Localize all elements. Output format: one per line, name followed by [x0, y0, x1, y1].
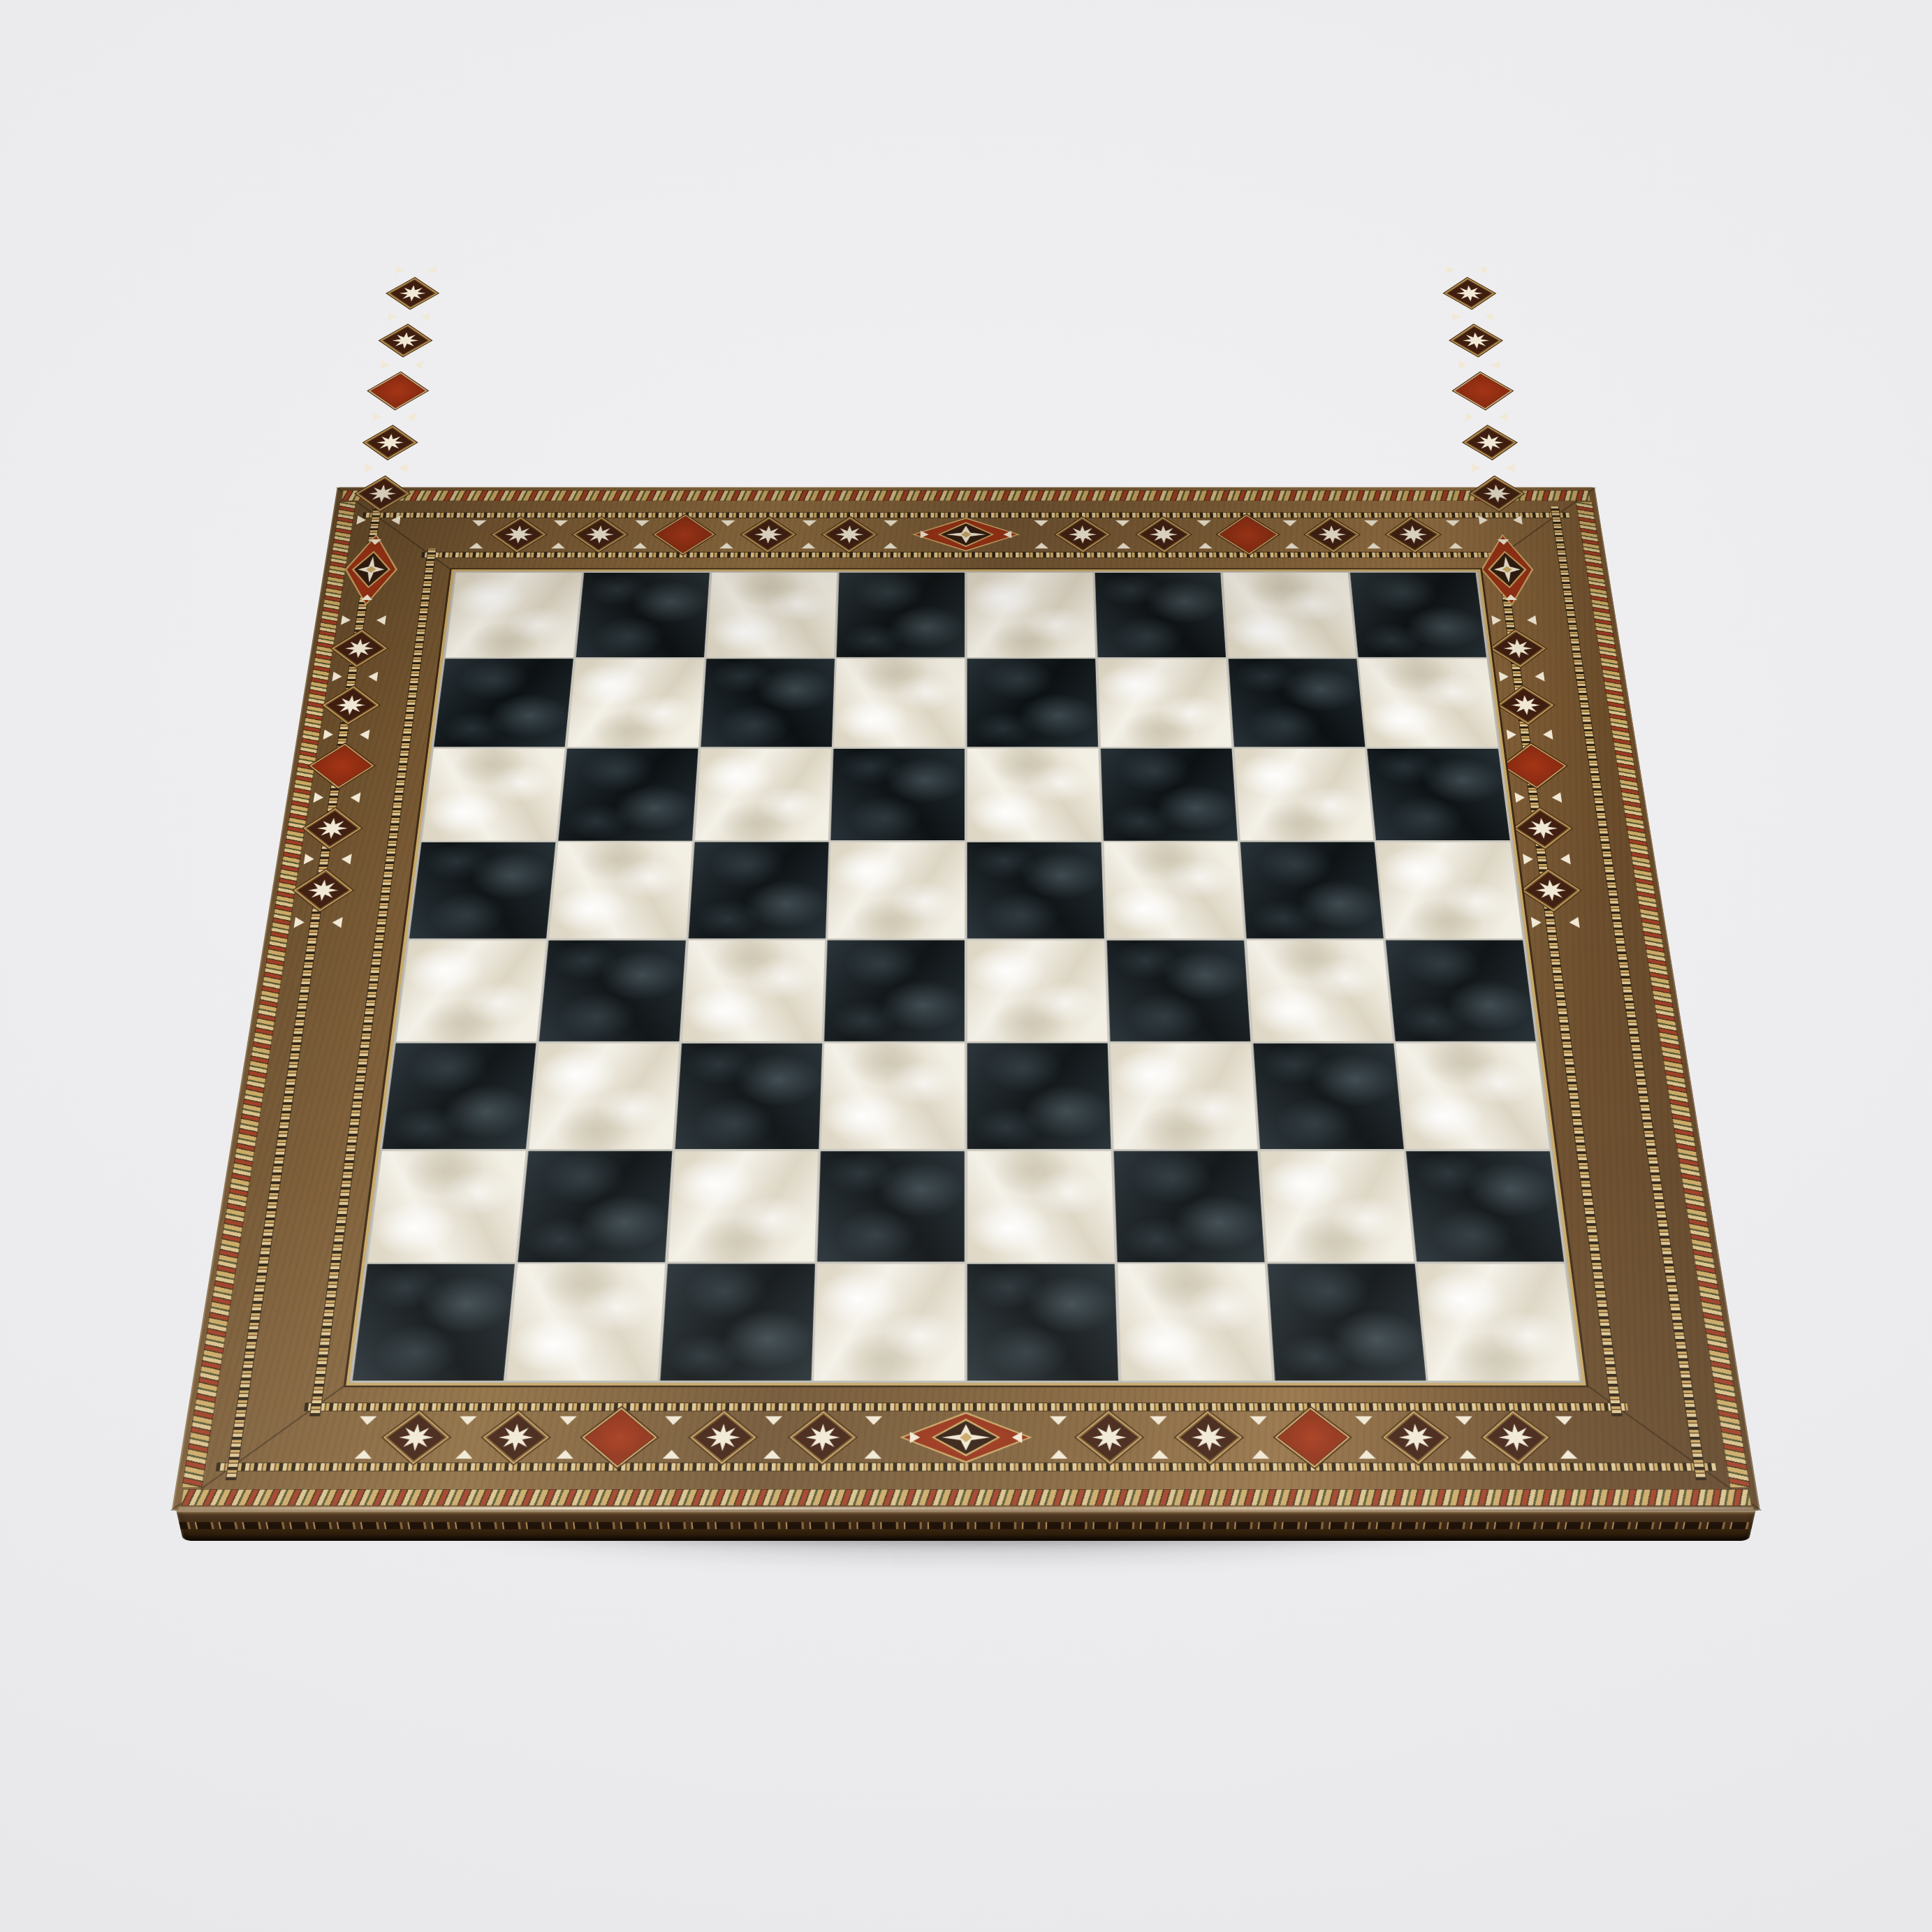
medallion-inner-field — [935, 1421, 997, 1454]
star8-icon — [1510, 696, 1542, 715]
triangle-pair-inlay-icon — [1033, 518, 1051, 551]
eight-pointed-star-inlay-icon — [689, 1411, 756, 1464]
triangle-pair-inlay-icon — [761, 1412, 784, 1463]
eight-pointed-star-inlay-icon — [1444, 278, 1495, 309]
eight-pointed-star-inlay-icon — [332, 630, 387, 667]
triangle-pair-inlay-icon — [1447, 312, 1498, 322]
triangle-pair-inlay-icon — [1518, 853, 1576, 865]
dash-strip — [304, 1403, 1628, 1411]
triangle-pair-inlay-icon — [1553, 1412, 1579, 1463]
dash-strip — [216, 1463, 1717, 1472]
rope-band-left — [182, 502, 356, 1488]
square-b4[interactable] — [539, 940, 686, 1041]
square-d6[interactable] — [831, 749, 965, 841]
square-b2[interactable] — [518, 1151, 672, 1262]
square-e8[interactable] — [967, 573, 1095, 657]
square-g7[interactable] — [1229, 659, 1365, 747]
square-h7[interactable] — [1359, 659, 1498, 747]
triangle-pair-inlay-icon — [1114, 518, 1132, 551]
square-g6[interactable] — [1234, 749, 1374, 841]
triangle-pair-inlay-icon — [328, 671, 383, 682]
eight-pointed-star-inlay-icon — [1483, 1411, 1549, 1464]
triangle-pair-inlay-icon — [353, 1412, 379, 1463]
triangle-pair-inlay-icon — [336, 615, 390, 626]
square-b3[interactable] — [529, 1044, 679, 1149]
square-h2[interactable] — [1407, 1151, 1565, 1262]
diamond-medallion-inlay-icon — [900, 1412, 1033, 1463]
eight-pointed-star-inlay-icon — [483, 1411, 550, 1464]
star8-icon — [1398, 1424, 1435, 1451]
square-g1[interactable] — [1268, 1264, 1426, 1381]
square-a5[interactable] — [409, 842, 555, 939]
square-b5[interactable] — [549, 842, 692, 939]
miter-seam — [1581, 1381, 1762, 1511]
triangle-pair-inlay-icon — [554, 1412, 578, 1463]
star8-icon — [1482, 485, 1512, 502]
eight-pointed-star-inlay-icon — [323, 686, 379, 724]
square-g4[interactable] — [1247, 940, 1393, 1041]
eight-pointed-star-inlay-icon — [1451, 325, 1502, 356]
eight-pointed-star-inlay-icon — [1463, 425, 1516, 459]
square-f7[interactable] — [1098, 659, 1231, 747]
star8-icon — [705, 1424, 740, 1451]
triangle-pair-inlay-icon — [299, 853, 357, 865]
square-h1[interactable] — [1417, 1264, 1579, 1381]
star8-icon — [344, 638, 375, 658]
star8-icon — [504, 525, 534, 543]
square-b1[interactable] — [506, 1264, 664, 1381]
square-c7[interactable] — [701, 659, 834, 747]
triangle-pair-inlay-icon — [1474, 515, 1527, 525]
square-a3[interactable] — [383, 1044, 536, 1149]
eight-pointed-star-inlay-icon — [356, 476, 409, 511]
star8-icon — [1502, 638, 1534, 658]
star8-icon — [585, 525, 615, 543]
triangle-pair-inlay-icon — [1444, 518, 1465, 551]
eight-pointed-star-inlay-icon — [294, 870, 353, 912]
medallion-triangle — [369, 539, 381, 545]
star8-icon — [1535, 879, 1568, 901]
square-c1[interactable] — [660, 1264, 814, 1381]
triangle-pair-inlay-icon — [288, 916, 347, 929]
diamond-medallion-inlay-icon — [1477, 534, 1539, 606]
star8-icon — [1462, 332, 1491, 349]
square-c8[interactable] — [706, 573, 837, 657]
triangle-pair-inlay-icon — [1282, 518, 1301, 551]
square-c2[interactable] — [668, 1151, 818, 1262]
square-b7[interactable] — [567, 659, 703, 747]
medallion-outline — [900, 1412, 1033, 1463]
square-a2[interactable] — [368, 1151, 526, 1262]
medallion-center-dot — [960, 1433, 972, 1442]
square-f1[interactable] — [1118, 1264, 1272, 1381]
square-f3[interactable] — [1111, 1044, 1257, 1149]
triangle-pair-inlay-icon — [1442, 265, 1491, 275]
star8-icon — [835, 525, 864, 543]
star8-icon — [1475, 434, 1505, 451]
triangle-pair-inlay-icon — [863, 1412, 884, 1463]
eight-pointed-star-inlay-icon — [790, 1411, 856, 1464]
red-diamond-inlay-icon — [654, 515, 715, 555]
star4-icon — [942, 1424, 990, 1451]
star8-icon — [1398, 525, 1428, 543]
triangle-pair-inlay-icon — [1526, 916, 1585, 929]
red-diamond-inlay-icon — [1217, 515, 1278, 555]
eight-pointed-star-inlay-icon — [304, 808, 362, 849]
medallion-triangle — [1505, 594, 1517, 600]
red-diamond-inlay-icon — [582, 1407, 657, 1468]
triangle-pair-inlay-icon — [308, 791, 365, 804]
square-c5[interactable] — [689, 842, 828, 939]
square-a6[interactable] — [422, 749, 564, 841]
miter-seam — [170, 1381, 351, 1511]
triangle-pair-inlay-icon — [1354, 1412, 1378, 1463]
eight-pointed-star-inlay-icon — [1491, 630, 1546, 667]
rope-band-top — [342, 490, 1591, 501]
eight-pointed-star-inlay-icon — [1305, 517, 1359, 552]
eight-pointed-star-inlay-icon — [1498, 686, 1553, 724]
star8-icon — [398, 285, 427, 301]
triangle-pair-inlay-icon — [319, 729, 375, 740]
triangle-pair-inlay-icon — [1048, 1412, 1069, 1463]
diamond-medallion-inlay-icon — [912, 518, 1020, 551]
square-b6[interactable] — [558, 749, 698, 841]
medallion-triangle — [1498, 539, 1509, 545]
eight-pointed-star-inlay-icon — [364, 425, 416, 459]
board-top-face — [172, 487, 1761, 1511]
triangle-pair-inlay-icon — [881, 518, 899, 551]
star8-icon — [335, 696, 367, 715]
triangle-pair-inlay-icon — [1467, 462, 1519, 473]
eight-pointed-star-inlay-icon — [1514, 808, 1572, 849]
eight-pointed-star-inlay-icon — [1470, 476, 1523, 511]
eight-pointed-star-inlay-icon — [1055, 517, 1109, 552]
eight-pointed-star-inlay-icon — [1176, 1411, 1243, 1464]
eight-pointed-star-inlay-icon — [383, 1411, 449, 1464]
red-diamond-inlay-icon — [1502, 744, 1566, 789]
square-e1[interactable] — [967, 1264, 1118, 1381]
square-d1[interactable] — [814, 1264, 965, 1381]
star8-icon — [754, 525, 782, 543]
triangle-pair-inlay-icon — [661, 1412, 684, 1463]
eight-pointed-star-inlay-icon — [388, 278, 438, 309]
triangle-pair-inlay-icon — [550, 518, 570, 551]
square-c4[interactable] — [682, 940, 825, 1041]
eight-pointed-star-inlay-icon — [823, 517, 877, 552]
medallion-red-field — [903, 1414, 1028, 1461]
square-f8[interactable] — [1095, 573, 1226, 657]
square-f6[interactable] — [1101, 749, 1238, 841]
square-e4[interactable] — [967, 940, 1107, 1041]
eight-pointed-star-inlay-icon — [1137, 517, 1191, 552]
triangle-pair-inlay-icon — [391, 265, 441, 275]
star8-icon — [1192, 1424, 1227, 1451]
square-b8[interactable] — [576, 573, 710, 657]
square-a4[interactable] — [396, 940, 546, 1041]
medallion-inner-outline — [931, 1419, 1000, 1456]
square-h5[interactable] — [1377, 842, 1523, 939]
square-h8[interactable] — [1350, 573, 1486, 657]
triangle-pair-inlay-icon — [631, 518, 651, 551]
square-g5[interactable] — [1241, 842, 1384, 939]
square-e7[interactable] — [967, 659, 1098, 747]
square-f5[interactable] — [1104, 842, 1243, 939]
square-h3[interactable] — [1396, 1044, 1550, 1149]
medallion-triangle — [1003, 531, 1011, 539]
star8-icon — [1092, 1424, 1127, 1451]
star8-icon — [375, 434, 405, 451]
square-a7[interactable] — [434, 659, 573, 747]
triangle-pair-inlay-icon — [360, 462, 412, 473]
star8-icon — [1498, 1424, 1535, 1451]
edge-dash-inlay — [179, 1522, 1753, 1529]
star8-icon — [498, 1424, 535, 1451]
eight-pointed-star-inlay-icon — [380, 325, 431, 356]
red-diamond-inlay-icon — [369, 372, 427, 409]
mosaic-band-bottom — [336, 1412, 1597, 1464]
star8-icon — [1456, 285, 1484, 301]
star8-icon — [367, 485, 397, 502]
star8-icon — [316, 818, 349, 839]
square-h4[interactable] — [1386, 940, 1535, 1041]
square-f4[interactable] — [1107, 940, 1250, 1041]
square-e2[interactable] — [967, 1151, 1114, 1262]
red-diamond-inlay-icon — [309, 744, 374, 789]
diamond-medallion-inlay-icon — [339, 534, 402, 606]
square-e5[interactable] — [967, 842, 1104, 939]
triangle-pair-inlay-icon — [1461, 412, 1512, 422]
square-g2[interactable] — [1260, 1151, 1414, 1262]
triangle-pair-inlay-icon — [1195, 518, 1214, 551]
dash-strip — [421, 552, 1511, 557]
star8-icon — [1526, 818, 1559, 839]
triangle-pair-inlay-icon — [1487, 615, 1542, 626]
triangle-pair-inlay-icon — [1453, 1412, 1479, 1463]
medallion-triangle — [921, 531, 929, 539]
mosaic-band-right — [1507, 569, 1683, 1385]
square-h6[interactable] — [1368, 749, 1510, 841]
square-d8[interactable] — [837, 573, 965, 657]
square-c3[interactable] — [675, 1044, 821, 1149]
square-e6[interactable] — [967, 749, 1101, 841]
star8-icon — [1317, 525, 1347, 543]
star8-icon — [1068, 525, 1097, 543]
square-d5[interactable] — [828, 842, 965, 939]
star8-icon — [306, 879, 339, 901]
eight-pointed-star-inlay-icon — [1383, 1411, 1449, 1464]
square-a8[interactable] — [446, 573, 582, 657]
eight-pointed-star-inlay-icon — [492, 517, 546, 552]
square-g3[interactable] — [1253, 1044, 1403, 1149]
square-d7[interactable] — [834, 659, 965, 747]
square-d4[interactable] — [825, 940, 965, 1041]
playing-field — [346, 569, 1586, 1385]
square-a1[interactable] — [353, 1264, 515, 1381]
square-f2[interactable] — [1114, 1151, 1264, 1262]
triangle-pair-inlay-icon — [1247, 1412, 1271, 1463]
mosaic-band-left — [249, 569, 425, 1385]
medallion-triangle — [910, 1432, 921, 1443]
triangle-pair-inlay-icon — [800, 518, 818, 551]
square-c6[interactable] — [695, 749, 832, 841]
triangle-pair-inlay-icon — [1363, 518, 1383, 551]
mosaic-band-top — [454, 517, 1478, 552]
rope-band-bottom — [180, 1489, 1752, 1506]
red-diamond-inlay-icon — [1275, 1407, 1349, 1468]
dash-strip — [1550, 506, 1706, 1480]
triangle-pair-inlay-icon — [1502, 729, 1558, 740]
star8-icon — [805, 1424, 840, 1451]
chess-board — [172, 487, 1761, 1511]
triangle-pair-inlay-icon — [383, 312, 434, 322]
triangle-pair-inlay-icon — [467, 518, 488, 551]
triangle-pair-inlay-icon — [368, 412, 420, 422]
star8-icon — [397, 1424, 435, 1451]
triangle-pair-inlay-icon — [1148, 1412, 1170, 1463]
eight-pointed-star-inlay-icon — [1521, 870, 1580, 912]
square-e3[interactable] — [967, 1044, 1111, 1149]
eight-pointed-star-inlay-icon — [1386, 517, 1440, 552]
triangle-pair-inlay-icon — [376, 360, 427, 369]
photo-scene — [0, 0, 1932, 1932]
square-d3[interactable] — [821, 1044, 965, 1149]
red-diamond-inlay-icon — [1454, 372, 1512, 409]
triangle-pair-inlay-icon — [1494, 671, 1549, 682]
star8-icon — [1150, 525, 1178, 543]
triangle-pair-inlay-icon — [453, 1412, 479, 1463]
board-front-edge — [176, 1511, 1755, 1541]
eight-pointed-star-inlay-icon — [573, 517, 627, 552]
triangle-pair-inlay-icon — [1454, 360, 1505, 369]
eight-pointed-star-inlay-icon — [1076, 1411, 1142, 1464]
star8-icon — [391, 332, 420, 349]
medallion-triangle — [361, 594, 374, 600]
triangle-pair-inlay-icon — [1510, 791, 1567, 804]
square-g8[interactable] — [1223, 573, 1356, 657]
triangle-pair-inlay-icon — [352, 515, 405, 525]
rope-band-right — [1576, 502, 1750, 1488]
square-d2[interactable] — [818, 1151, 965, 1262]
triangle-pair-inlay-icon — [718, 518, 737, 551]
eight-pointed-star-inlay-icon — [741, 517, 795, 552]
medallion-triangle — [1012, 1432, 1023, 1443]
